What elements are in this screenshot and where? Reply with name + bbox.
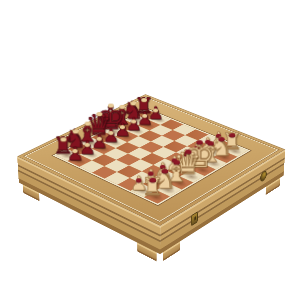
red-queen: ♛ <box>81 110 117 139</box>
box-foot <box>266 178 281 196</box>
box-foot <box>163 241 180 261</box>
brass-clasp <box>191 211 198 226</box>
red-rook: ♜ <box>126 95 161 117</box>
square <box>187 140 211 151</box>
red-pawn: ♟ <box>56 145 94 163</box>
scene: ♜♟♟♜♞♟♟♞♝♟♟♝♚♟♟♚♛♟♟♛♝♟♟♝♞♟♟♞♜♟♟♜ <box>0 0 300 300</box>
product-photo-canvas: ♜♟♟♜♞♟♟♞♝♟♟♝♚♟♟♚♛♟♟♛♝♟♟♝♞♟♟♞♜♟♟♜ <box>0 0 300 300</box>
box-foot <box>137 243 157 262</box>
red-king: ♚ <box>93 102 129 134</box>
chess-box: ♜♟♟♜♞♟♟♞♝♟♟♝♚♟♟♚♛♟♟♛♝♟♟♝♞♟♟♞♜♟♟♜ <box>17 94 285 226</box>
red-rook: ♜ <box>44 134 81 157</box>
brass-medallion <box>260 169 267 183</box>
chess-board-lid: ♜♟♟♜♞♟♟♞♝♟♟♝♚♟♟♚♛♟♟♛♝♟♟♝♞♟♟♞♜♟♟♜ <box>17 94 285 226</box>
box-foot <box>23 185 40 202</box>
